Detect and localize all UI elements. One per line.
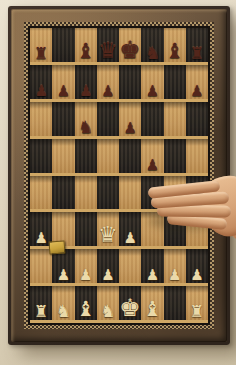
- white-knight-b1: ♞: [52, 303, 74, 320]
- square-a2[interactable]: [30, 249, 52, 286]
- square-d5[interactable]: [97, 139, 119, 176]
- square-c8[interactable]: ♝: [75, 28, 97, 65]
- frame-checkered-beading: ♜♝♛♚♞♝♜♟♟♟♟♟♟♞♟♟♟♛♟♟♟♟♟♟♟♜♞♝♞♚♝♜: [24, 22, 214, 329]
- black-pawn-f5: ♟: [141, 158, 163, 173]
- white-pawn-e3: ♟: [119, 231, 141, 246]
- black-pawn-c7: ♟: [75, 84, 97, 99]
- black-king-e8: ♚: [119, 38, 141, 62]
- square-a1[interactable]: ♜: [30, 286, 52, 323]
- scene-wall: ♜♝♛♚♞♝♜♟♟♟♟♟♟♞♟♟♟♛♟♟♟♟♟♟♟♜♞♝♞♚♝♜: [0, 0, 236, 365]
- square-c7[interactable]: ♟: [75, 65, 97, 102]
- white-pawn-b2: ♟: [52, 268, 74, 283]
- square-h2[interactable]: ♟: [186, 249, 208, 286]
- square-f2[interactable]: ♟: [141, 249, 163, 286]
- square-g1[interactable]: [164, 286, 186, 323]
- square-e1[interactable]: ♚: [119, 286, 141, 323]
- square-g6[interactable]: [164, 102, 186, 139]
- white-pawn-f2: ♟: [141, 268, 163, 283]
- square-g5[interactable]: [164, 139, 186, 176]
- white-bishop-c1: ♝: [75, 299, 97, 320]
- square-e8[interactable]: ♚: [119, 28, 141, 65]
- square-e6[interactable]: ♟: [119, 102, 141, 139]
- square-a4[interactable]: [30, 176, 52, 213]
- square-c1[interactable]: ♝: [75, 286, 97, 323]
- white-pawn-c2: ♟: [75, 268, 97, 283]
- square-a8[interactable]: ♜: [30, 28, 52, 65]
- black-knight-f8: ♞: [141, 45, 163, 62]
- square-e3[interactable]: ♟: [119, 212, 141, 249]
- white-queen-d3: ♛: [97, 224, 119, 246]
- square-e2[interactable]: [119, 249, 141, 286]
- square-d7[interactable]: ♟: [97, 65, 119, 102]
- black-pawn-f7: ♟: [141, 84, 163, 99]
- square-d3[interactable]: ♛: [97, 212, 119, 249]
- white-pawn-d2: ♟: [97, 268, 119, 283]
- frame-inner-liner: ♜♝♛♚♞♝♜♟♟♟♟♟♟♞♟♟♟♛♟♟♟♟♟♟♟♜♞♝♞♚♝♜: [28, 26, 210, 325]
- black-queen-d8: ♛: [97, 40, 119, 62]
- square-c6[interactable]: ♞: [75, 102, 97, 139]
- black-pawn-e6: ♟: [119, 121, 141, 136]
- square-d2[interactable]: ♟: [97, 249, 119, 286]
- square-b4[interactable]: [52, 176, 74, 213]
- square-a5[interactable]: [30, 139, 52, 176]
- square-b1[interactable]: ♞: [52, 286, 74, 323]
- frame-molding: ♜♝♛♚♞♝♜♟♟♟♟♟♟♞♟♟♟♛♟♟♟♟♟♟♟♜♞♝♞♚♝♜: [11, 9, 227, 342]
- square-a7[interactable]: ♟: [30, 65, 52, 102]
- square-g2[interactable]: ♟: [164, 249, 186, 286]
- square-g8[interactable]: ♝: [164, 28, 186, 65]
- black-knight-c6: ♞: [75, 119, 97, 136]
- square-b5[interactable]: [52, 139, 74, 176]
- square-h7[interactable]: ♟: [186, 65, 208, 102]
- white-knight-d1: ♞: [97, 303, 119, 320]
- square-f8[interactable]: ♞: [141, 28, 163, 65]
- square-e5[interactable]: [119, 139, 141, 176]
- white-bishop-f1: ♝: [141, 299, 163, 320]
- square-b6[interactable]: [52, 102, 74, 139]
- square-d6[interactable]: [97, 102, 119, 139]
- square-c5[interactable]: [75, 139, 97, 176]
- black-rook-h8: ♜: [186, 46, 208, 62]
- square-h5[interactable]: [186, 139, 208, 176]
- square-d8[interactable]: ♛: [97, 28, 119, 65]
- square-c3[interactable]: [75, 212, 97, 249]
- white-pawn-g2: ♟: [164, 268, 186, 283]
- black-bishop-c8: ♝: [75, 41, 97, 62]
- square-h6[interactable]: [186, 102, 208, 139]
- square-h1[interactable]: ♜: [186, 286, 208, 323]
- black-bishop-g8: ♝: [164, 41, 186, 62]
- square-f6[interactable]: [141, 102, 163, 139]
- black-pawn-b7: ♟: [52, 84, 74, 99]
- picture-frame: ♜♝♛♚♞♝♜♟♟♟♟♟♟♞♟♟♟♛♟♟♟♟♟♟♟♜♞♝♞♚♝♜: [8, 6, 230, 345]
- square-d1[interactable]: ♞: [97, 286, 119, 323]
- brand-tag: [49, 240, 66, 254]
- chess-board: ♜♝♛♚♞♝♜♟♟♟♟♟♟♞♟♟♟♛♟♟♟♟♟♟♟♜♞♝♞♚♝♜: [30, 28, 208, 323]
- white-rook-a1: ♜: [30, 304, 52, 320]
- white-pawn-h2: ♟: [186, 268, 208, 283]
- black-pawn-a7: ♟: [30, 84, 52, 99]
- square-b7[interactable]: ♟: [52, 65, 74, 102]
- square-f5[interactable]: ♟: [141, 139, 163, 176]
- square-b2[interactable]: ♟: [52, 249, 74, 286]
- square-d4[interactable]: [97, 176, 119, 213]
- square-a6[interactable]: [30, 102, 52, 139]
- square-c2[interactable]: ♟: [75, 249, 97, 286]
- black-rook-a8: ♜: [30, 46, 52, 62]
- white-rook-h1: ♜: [186, 304, 208, 320]
- white-king-e1: ♚: [119, 296, 141, 320]
- square-c4[interactable]: [75, 176, 97, 213]
- square-f1[interactable]: ♝: [141, 286, 163, 323]
- square-e7[interactable]: [119, 65, 141, 102]
- square-e4[interactable]: [119, 176, 141, 213]
- square-b8[interactable]: [52, 28, 74, 65]
- square-g7[interactable]: [164, 65, 186, 102]
- black-pawn-d7: ♟: [97, 84, 119, 99]
- square-h8[interactable]: ♜: [186, 28, 208, 65]
- black-pawn-h7: ♟: [186, 84, 208, 99]
- square-f7[interactable]: ♟: [141, 65, 163, 102]
